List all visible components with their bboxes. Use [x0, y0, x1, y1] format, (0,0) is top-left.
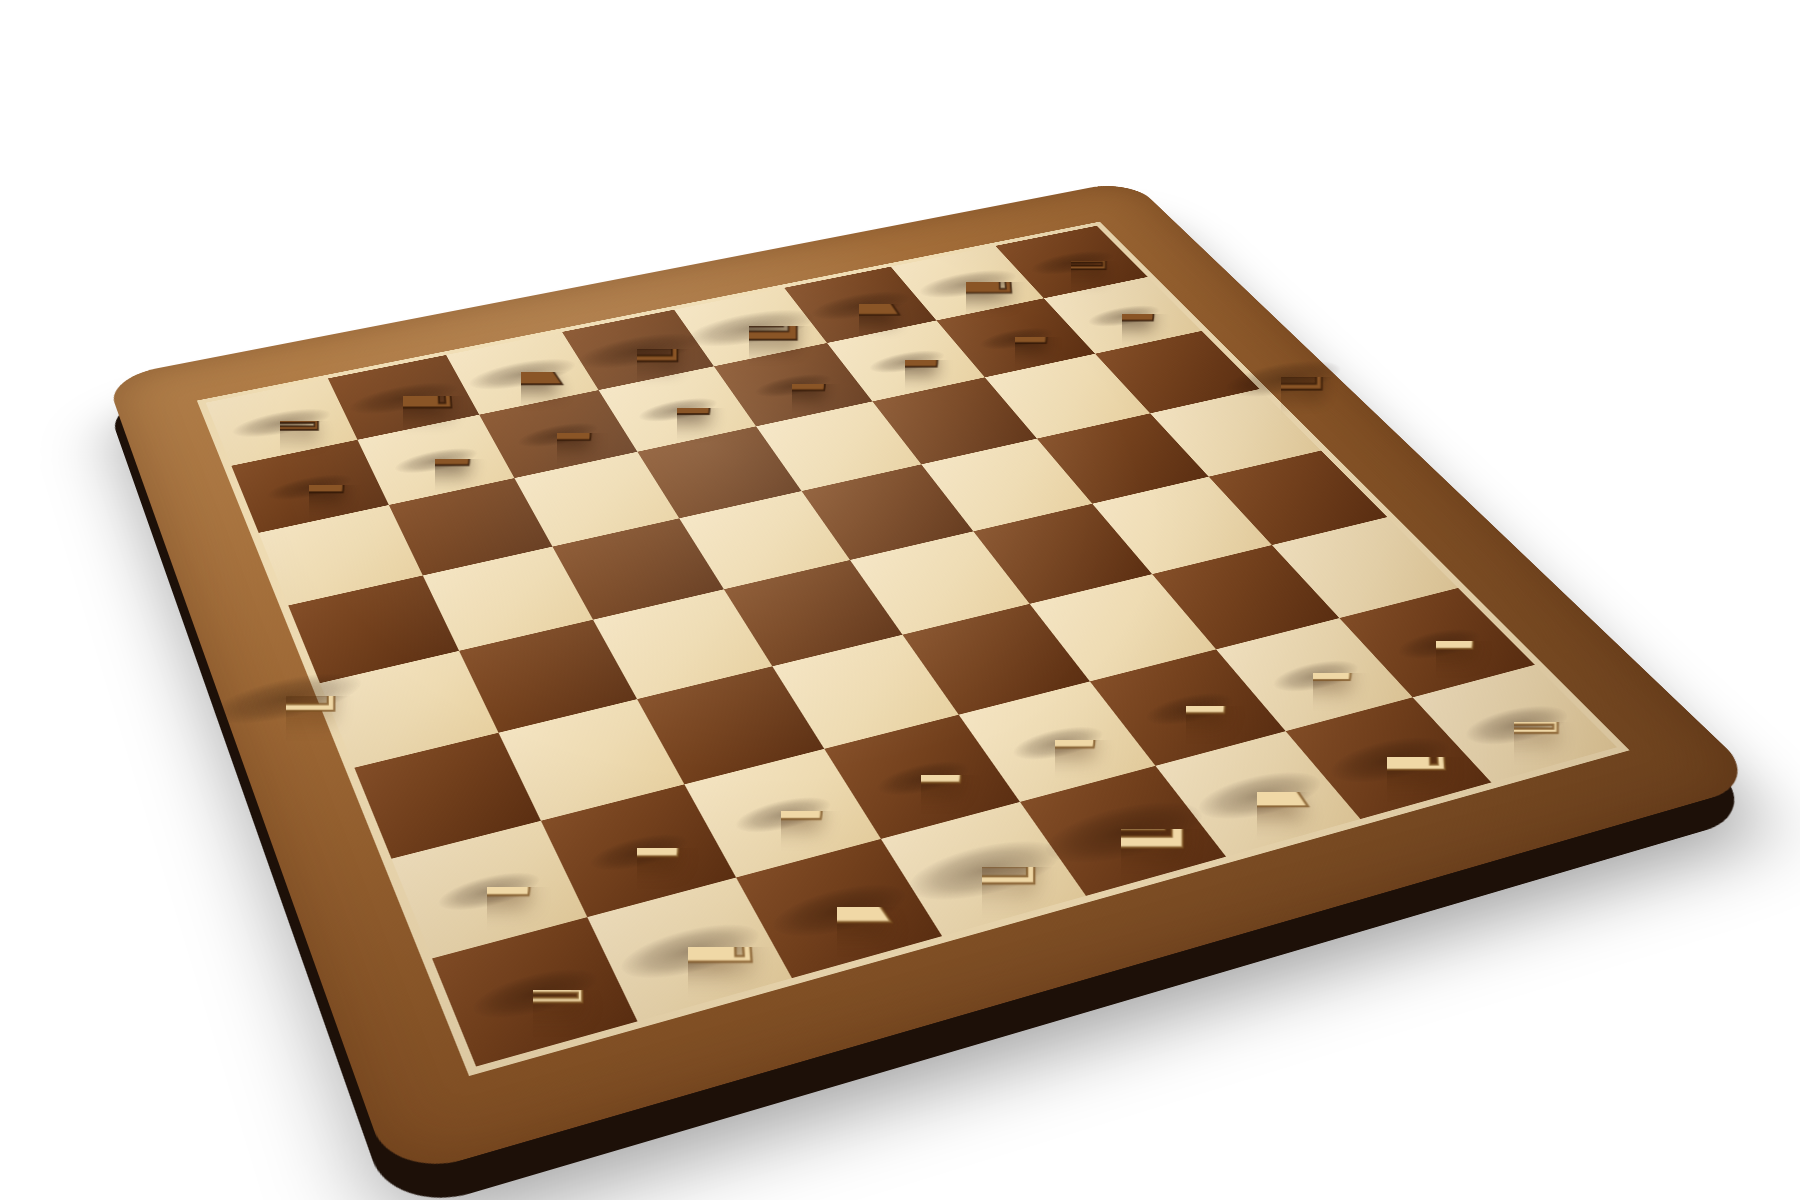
photo-canvas: ♜♞♝♛♚♝♞♜♟♟♟♟♟♟♟♟♛♛♟♟♟♟♟♟♟♟♜♞♝♛♚♝♞♜ — [0, 0, 1800, 1200]
square-c4[interactable] — [593, 589, 772, 698]
chessboard: ♜♞♝♛♚♝♞♜♟♟♟♟♟♟♟♟♛♛♟♟♟♟♟♟♟♟♜♞♝♛♚♝♞♜ — [106, 180, 1763, 1181]
scene: ♜♞♝♛♚♝♞♜♟♟♟♟♟♟♟♟♛♛♟♟♟♟♟♟♟♟♜♞♝♛♚♝♞♜ — [0, 0, 1800, 1200]
square-b4[interactable] — [459, 620, 637, 733]
square-b5[interactable] — [422, 546, 593, 651]
